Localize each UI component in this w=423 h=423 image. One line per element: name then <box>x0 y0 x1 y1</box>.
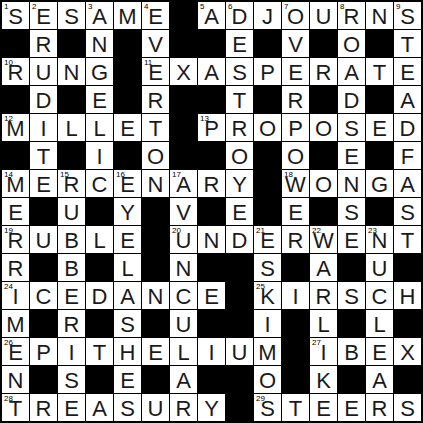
cell-r9c2[interactable]: B <box>58 254 85 281</box>
block-r3c0 <box>2 86 29 113</box>
cell-letter: S <box>2 6 29 28</box>
cell-r14c14[interactable]: S <box>394 394 421 421</box>
cell-letter: O <box>142 146 169 168</box>
block-r7c9 <box>254 198 281 225</box>
cell-letter: S <box>394 202 421 224</box>
cell-r0c1[interactable]: 2E <box>30 2 57 29</box>
cell-r12c5[interactable]: E <box>142 338 169 365</box>
cell-letter: P <box>282 118 309 140</box>
cell-letter: G <box>86 62 113 84</box>
cell-letter: N <box>2 370 29 392</box>
cell-r8c0[interactable]: 19R <box>2 226 29 253</box>
cell-r2c13[interactable]: T <box>366 58 393 85</box>
cell-letter: R <box>226 118 253 140</box>
cell-r4c9[interactable]: O <box>254 114 281 141</box>
cell-r7c10[interactable]: E <box>282 198 309 225</box>
cell-letter: E <box>86 90 113 112</box>
cell-r8c13[interactable]: 23N <box>366 226 393 253</box>
block-r13c12 <box>338 366 365 393</box>
cell-r7c2[interactable]: U <box>58 198 85 225</box>
block-r9c14 <box>394 254 421 281</box>
cell-r2c14[interactable]: E <box>394 58 421 85</box>
block-r5c0 <box>2 142 29 169</box>
block-r14c8 <box>226 394 253 421</box>
cell-letter: H <box>114 342 141 364</box>
cell-r0c10[interactable]: 7O <box>282 2 309 29</box>
cell-r12c4[interactable]: H <box>114 338 141 365</box>
cell-r9c13[interactable]: U <box>366 254 393 281</box>
cell-r10c1[interactable]: C <box>30 282 57 309</box>
cell-letter: U <box>30 230 57 252</box>
cell-r6c7[interactable]: R <box>198 170 225 197</box>
cell-r4c11[interactable]: O <box>310 114 337 141</box>
block-r9c12 <box>338 254 365 281</box>
cell-r4c12[interactable]: S <box>338 114 365 141</box>
block-r1c7 <box>198 30 225 57</box>
cell-r4c8[interactable]: R <box>226 114 253 141</box>
cell-letter: E <box>114 174 141 196</box>
block-r11c14 <box>394 310 421 337</box>
cell-letter: Y <box>198 398 225 420</box>
block-r1c6 <box>170 30 197 57</box>
cell-r6c12[interactable]: N <box>338 170 365 197</box>
cell-letter: I <box>58 342 85 364</box>
cell-r0c0[interactable]: 1S <box>2 2 29 29</box>
cell-r10c10[interactable]: I <box>282 282 309 309</box>
cell-letter: E <box>338 230 365 252</box>
block-r13c8 <box>226 366 253 393</box>
cell-letter: Y <box>114 202 141 224</box>
block-r6c9 <box>254 170 281 197</box>
cell-letter: R <box>198 174 225 196</box>
cell-r10c5[interactable]: N <box>142 282 169 309</box>
cell-r10c6[interactable]: C <box>170 282 197 309</box>
cell-r0c8[interactable]: 6D <box>226 2 253 29</box>
cell-letter: A <box>394 174 421 196</box>
cell-letter: K <box>254 286 281 308</box>
cell-r13c13[interactable]: A <box>366 366 393 393</box>
cell-letter: T <box>2 398 29 420</box>
cell-letter: R <box>310 286 337 308</box>
cell-letter: N <box>366 230 393 252</box>
block-r11c1 <box>30 310 57 337</box>
block-r1c2 <box>58 30 85 57</box>
cell-r12c13[interactable]: E <box>366 338 393 365</box>
cell-r14c5[interactable]: U <box>142 394 169 421</box>
cell-letter: R <box>58 174 85 196</box>
cell-letter: V <box>170 202 197 224</box>
cell-r3c14[interactable]: A <box>394 86 421 113</box>
cell-letter: P <box>254 62 281 84</box>
cell-r7c4[interactable]: Y <box>114 198 141 225</box>
cell-r14c11[interactable]: E <box>310 394 337 421</box>
block-r5c9 <box>254 142 281 169</box>
block-r5c6 <box>170 142 197 169</box>
cell-letter: N <box>198 230 225 252</box>
cell-letter: T <box>86 342 113 364</box>
block-r5c2 <box>58 142 85 169</box>
cell-letter: S <box>338 286 365 308</box>
cell-r4c7[interactable]: 13P <box>198 114 225 141</box>
cell-r13c2[interactable]: S <box>58 366 85 393</box>
cell-r6c11[interactable]: O <box>310 170 337 197</box>
cell-r10c0[interactable]: 24I <box>2 282 29 309</box>
cell-r14c7[interactable]: Y <box>198 394 225 421</box>
cell-r2c0[interactable]: 10R <box>2 58 29 85</box>
cell-r2c11[interactable]: R <box>310 58 337 85</box>
cell-r4c0[interactable]: 12M <box>2 114 29 141</box>
cell-r10c14[interactable]: H <box>394 282 421 309</box>
cell-letter: R <box>170 398 197 420</box>
cell-r2c9[interactable]: P <box>254 58 281 85</box>
cell-r13c9[interactable]: O <box>254 366 281 393</box>
cell-r10c7[interactable]: E <box>198 282 225 309</box>
cell-r14c2[interactable]: E <box>58 394 85 421</box>
cell-letter: T <box>394 34 421 56</box>
cell-r11c0[interactable]: M <box>2 310 29 337</box>
cell-r8c4[interactable]: E <box>114 226 141 253</box>
cell-letter: E <box>338 398 365 420</box>
cell-r5c10[interactable]: O <box>282 142 309 169</box>
cell-r10c4[interactable]: A <box>114 282 141 309</box>
cell-letter: H <box>394 286 421 308</box>
cell-r0c9[interactable]: J <box>254 2 281 29</box>
cell-r8c7[interactable]: N <box>198 226 225 253</box>
cell-letter: S <box>114 314 141 336</box>
cell-r2c2[interactable]: N <box>58 58 85 85</box>
cell-r12c8[interactable]: U <box>226 338 253 365</box>
cell-letter: C <box>366 286 393 308</box>
cell-r12c12[interactable]: B <box>338 338 365 365</box>
cell-letter: V <box>282 34 309 56</box>
cell-r5c14[interactable]: F <box>394 142 421 169</box>
cell-letter: U <box>142 398 169 420</box>
cell-r6c3[interactable]: C <box>86 170 113 197</box>
cell-letter: E <box>282 62 309 84</box>
cell-letter: B <box>338 342 365 364</box>
cell-letter: L <box>366 314 393 336</box>
cell-r4c1[interactable]: I <box>30 114 57 141</box>
block-r9c3 <box>86 254 113 281</box>
cell-r11c4[interactable]: S <box>114 310 141 337</box>
block-r3c6 <box>170 86 197 113</box>
cell-r0c7[interactable]: 5A <box>198 2 225 29</box>
cell-r0c2[interactable]: S <box>58 2 85 29</box>
cell-letter: S <box>338 202 365 224</box>
cell-letter: E <box>226 202 253 224</box>
cell-letter: D <box>226 230 253 252</box>
cell-letter: N <box>142 174 169 196</box>
cell-letter: L <box>114 258 141 280</box>
cell-r12c2[interactable]: I <box>58 338 85 365</box>
cell-letter: W <box>282 174 309 196</box>
cell-r6c13[interactable]: G <box>366 170 393 197</box>
cell-r14c13[interactable]: R <box>366 394 393 421</box>
cell-r2c1[interactable]: U <box>30 58 57 85</box>
cell-r12c1[interactable]: P <box>30 338 57 365</box>
cell-r1c14[interactable]: T <box>394 30 421 57</box>
cell-r4c13[interactable]: E <box>366 114 393 141</box>
cell-r12c0[interactable]: 26E <box>2 338 29 365</box>
cell-r0c11[interactable]: U <box>310 2 337 29</box>
cell-letter: I <box>2 286 29 308</box>
cell-r6c0[interactable]: 14M <box>2 170 29 197</box>
cell-r6c10[interactable]: 18W <box>282 170 309 197</box>
block-r7c1 <box>30 198 57 225</box>
cell-r2c12[interactable]: A <box>338 58 365 85</box>
block-r3c9 <box>254 86 281 113</box>
cell-r7c6[interactable]: V <box>170 198 197 225</box>
cell-r4c5[interactable]: T <box>142 114 169 141</box>
cell-r5c1[interactable]: T <box>30 142 57 169</box>
cell-r1c3[interactable]: N <box>86 30 113 57</box>
cell-r8c3[interactable]: L <box>86 226 113 253</box>
cell-r5c3[interactable]: I <box>86 142 113 169</box>
cell-r9c0[interactable]: R <box>2 254 29 281</box>
cell-letter: A <box>338 62 365 84</box>
cell-r3c1[interactable]: D <box>30 86 57 113</box>
cell-r0c3[interactable]: 3A <box>86 2 113 29</box>
cell-r2c5[interactable]: 11E <box>142 58 169 85</box>
cell-r12c14[interactable]: X <box>394 338 421 365</box>
cell-r3c3[interactable]: E <box>86 86 113 113</box>
cell-r1c8[interactable]: E <box>226 30 253 57</box>
cell-r0c5[interactable]: 4E <box>142 2 169 29</box>
block-r13c10 <box>282 366 309 393</box>
cell-r8c2[interactable]: B <box>58 226 85 253</box>
cell-r14c4[interactable]: S <box>114 394 141 421</box>
cell-letter: J <box>254 6 281 28</box>
cell-letter: E <box>282 202 309 224</box>
cell-r3c12[interactable]: D <box>338 86 365 113</box>
cell-r3c8[interactable]: T <box>226 86 253 113</box>
cell-letter: R <box>366 398 393 420</box>
cell-r1c12[interactable]: O <box>338 30 365 57</box>
cell-r2c6[interactable]: X <box>170 58 197 85</box>
cell-r7c12[interactable]: S <box>338 198 365 225</box>
cell-letter: X <box>170 62 197 84</box>
cell-letter: E <box>394 62 421 84</box>
cell-r2c3[interactable]: G <box>86 58 113 85</box>
cell-r10c2[interactable]: E <box>58 282 85 309</box>
cell-r10c9[interactable]: 25K <box>254 282 281 309</box>
block-r13c3 <box>86 366 113 393</box>
cell-letter: E <box>366 342 393 364</box>
cell-letter: E <box>30 174 57 196</box>
cell-letter: E <box>338 146 365 168</box>
cell-r14c9[interactable]: 29S <box>254 394 281 421</box>
block-r1c0 <box>2 30 29 57</box>
cell-r4c10[interactable]: P <box>282 114 309 141</box>
cell-r12c3[interactable]: T <box>86 338 113 365</box>
cell-r12c11[interactable]: 27I <box>310 338 337 365</box>
cell-letter: U <box>366 258 393 280</box>
cell-r5c8[interactable]: O <box>226 142 253 169</box>
cell-letter: G <box>366 174 393 196</box>
block-r9c1 <box>30 254 57 281</box>
cell-letter: R <box>30 398 57 420</box>
cell-r4c3[interactable]: L <box>86 114 113 141</box>
cell-r0c13[interactable]: N <box>366 2 393 29</box>
cell-letter: A <box>198 62 225 84</box>
cell-letter: K <box>310 370 337 392</box>
cell-r2c8[interactable]: S <box>226 58 253 85</box>
cell-letter: T <box>282 398 309 420</box>
cell-r10c11[interactable]: R <box>310 282 337 309</box>
cell-r8c12[interactable]: E <box>338 226 365 253</box>
cell-letter: R <box>30 34 57 56</box>
cell-r13c4[interactable]: E <box>114 366 141 393</box>
cell-letter: A <box>310 258 337 280</box>
block-r13c7 <box>198 366 225 393</box>
cell-letter: E <box>254 230 281 252</box>
block-r7c13 <box>366 198 393 225</box>
cell-letter: T <box>394 230 421 252</box>
cell-letter: A <box>198 6 225 28</box>
block-r11c7 <box>198 310 225 337</box>
cell-letter: V <box>142 34 169 56</box>
cell-letter: D <box>86 286 113 308</box>
cell-letter: E <box>142 6 169 28</box>
cell-r8c9[interactable]: 21E <box>254 226 281 253</box>
cell-letter: O <box>282 146 309 168</box>
block-r11c3 <box>86 310 113 337</box>
cell-letter: O <box>254 370 281 392</box>
cell-r6c6[interactable]: 17A <box>170 170 197 197</box>
cell-r6c2[interactable]: 15R <box>58 170 85 197</box>
cell-r7c14[interactable]: S <box>394 198 421 225</box>
cell-r4c14[interactable]: D <box>394 114 421 141</box>
block-r8c5 <box>142 226 169 253</box>
cell-r11c13[interactable]: L <box>366 310 393 337</box>
cell-letter: W <box>310 230 337 252</box>
cell-r10c12[interactable]: S <box>338 282 365 309</box>
cell-r12c9[interactable]: M <box>254 338 281 365</box>
cell-r8c10[interactable]: R <box>282 226 309 253</box>
block-r2c4 <box>114 58 141 85</box>
block-r9c8 <box>226 254 253 281</box>
cell-r14c10[interactable]: T <box>282 394 309 421</box>
cell-r14c0[interactable]: 28T <box>2 394 29 421</box>
cell-letter: R <box>282 230 309 252</box>
cell-r9c9[interactable]: S <box>254 254 281 281</box>
cell-r4c4[interactable]: E <box>114 114 141 141</box>
cell-letter: X <box>394 342 421 364</box>
block-r5c11 <box>310 142 337 169</box>
cell-r8c11[interactable]: 22W <box>310 226 337 253</box>
cell-r11c9[interactable]: I <box>254 310 281 337</box>
cell-letter: U <box>310 6 337 28</box>
cell-letter: S <box>338 118 365 140</box>
cell-letter: P <box>198 118 225 140</box>
cell-r0c4[interactable]: M <box>114 2 141 29</box>
cell-letter: C <box>170 286 197 308</box>
cell-r13c6[interactable]: A <box>170 366 197 393</box>
cell-r7c0[interactable]: E <box>2 198 29 225</box>
cell-r4c2[interactable]: L <box>58 114 85 141</box>
cell-letter: L <box>170 342 197 364</box>
cell-letter: I <box>254 314 281 336</box>
cell-r1c10[interactable]: V <box>282 30 309 57</box>
cell-r14c6[interactable]: R <box>170 394 197 421</box>
cell-r9c6[interactable]: N <box>170 254 197 281</box>
cell-letter: I <box>198 342 225 364</box>
cell-r8c1[interactable]: U <box>30 226 57 253</box>
cell-r10c13[interactable]: C <box>366 282 393 309</box>
block-r1c11 <box>310 30 337 57</box>
cell-letter: M <box>254 342 281 364</box>
block-r9c10 <box>282 254 309 281</box>
cell-r1c5[interactable]: V <box>142 30 169 57</box>
cell-letter: D <box>226 6 253 28</box>
cell-letter: A <box>114 286 141 308</box>
block-r3c13 <box>366 86 393 113</box>
cell-r11c2[interactable]: R <box>58 310 85 337</box>
cell-letter: E <box>198 286 225 308</box>
cell-r9c11[interactable]: A <box>310 254 337 281</box>
cell-letter: S <box>58 370 85 392</box>
cell-r14c12[interactable]: E <box>338 394 365 421</box>
cell-letter: O <box>282 6 309 28</box>
cell-letter: C <box>30 286 57 308</box>
cell-r12c7[interactable]: I <box>198 338 225 365</box>
cell-r6c5[interactable]: N <box>142 170 169 197</box>
cell-r13c11[interactable]: K <box>310 366 337 393</box>
cell-letter: N <box>170 258 197 280</box>
cell-letter: E <box>114 230 141 252</box>
cell-letter: O <box>226 146 253 168</box>
cell-r11c11[interactable]: L <box>310 310 337 337</box>
block-r13c1 <box>30 366 57 393</box>
block-r11c12 <box>338 310 365 337</box>
cell-r3c10[interactable]: R <box>282 86 309 113</box>
block-r11c5 <box>142 310 169 337</box>
cell-letter: M <box>114 6 141 28</box>
block-r3c7 <box>198 86 225 113</box>
cell-r13c0[interactable]: N <box>2 366 29 393</box>
cell-r8c6[interactable]: 20U <box>170 226 197 253</box>
cell-r3c5[interactable]: R <box>142 86 169 113</box>
cell-r0c14[interactable]: 9S <box>394 2 421 29</box>
cell-letter: A <box>394 90 421 112</box>
cell-letter: E <box>30 6 57 28</box>
cell-r8c8[interactable]: D <box>226 226 253 253</box>
cell-r6c14[interactable]: A <box>394 170 421 197</box>
cell-r2c7[interactable]: A <box>198 58 225 85</box>
cell-r5c5[interactable]: O <box>142 142 169 169</box>
cell-r6c4[interactable]: 16E <box>114 170 141 197</box>
cell-letter: B <box>58 258 85 280</box>
cell-r12c6[interactable]: L <box>170 338 197 365</box>
cell-r5c12[interactable]: E <box>338 142 365 169</box>
cell-letter: E <box>114 370 141 392</box>
cell-r1c1[interactable]: R <box>30 30 57 57</box>
cell-r8c14[interactable]: T <box>394 226 421 253</box>
cell-r0c12[interactable]: 8R <box>338 2 365 29</box>
cell-r11c6[interactable]: U <box>170 310 197 337</box>
cell-letter: E <box>2 202 29 224</box>
cell-r6c8[interactable]: Y <box>226 170 253 197</box>
cell-r2c10[interactable]: E <box>282 58 309 85</box>
cell-letter: D <box>30 90 57 112</box>
cell-r7c8[interactable]: E <box>226 198 253 225</box>
block-r4c6 <box>170 114 197 141</box>
cell-r9c4[interactable]: L <box>114 254 141 281</box>
cell-r6c1[interactable]: E <box>30 170 57 197</box>
cell-r14c3[interactable]: A <box>86 394 113 421</box>
cell-r14c1[interactable]: R <box>30 394 57 421</box>
cell-r10c3[interactable]: D <box>86 282 113 309</box>
